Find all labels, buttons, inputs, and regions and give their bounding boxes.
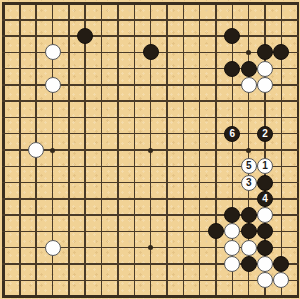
stone-black[interactable] [241, 61, 257, 77]
stone-white[interactable] [257, 207, 273, 223]
stone-white-move-3[interactable]: 3 [241, 175, 257, 191]
stone-white[interactable] [45, 240, 61, 256]
stone-black[interactable] [241, 256, 257, 272]
board-grid-line-horizontal [2, 295, 299, 297]
board-grid-line-horizontal [2, 198, 299, 200]
board-grid-line-horizontal [2, 100, 299, 102]
stone-black[interactable] [273, 44, 289, 60]
stone-black[interactable] [224, 28, 240, 44]
star-point [148, 245, 153, 250]
stone-black[interactable] [257, 44, 273, 60]
stone-black[interactable] [241, 207, 257, 223]
stone-white[interactable] [257, 77, 273, 93]
stone-white[interactable] [28, 142, 44, 158]
stone-black[interactable] [77, 28, 93, 44]
stone-black-move-4[interactable]: 4 [257, 191, 273, 207]
board-grid-line-horizontal [2, 280, 299, 282]
stone-white[interactable] [257, 256, 273, 272]
board-grid-line-horizontal [2, 117, 299, 119]
stone-white[interactable] [45, 77, 61, 93]
stone-black[interactable] [143, 44, 159, 60]
stone-white-move-5[interactable]: 5 [241, 158, 257, 174]
go-board[interactable]: 625134 [0, 0, 300, 299]
board-grid-line-horizontal [2, 19, 299, 21]
stone-black[interactable] [257, 223, 273, 239]
stone-white[interactable] [257, 272, 273, 288]
stone-black-move-2[interactable]: 2 [257, 126, 273, 142]
star-point [50, 148, 55, 153]
stone-black[interactable] [257, 175, 273, 191]
star-point [246, 50, 251, 55]
star-point [246, 148, 251, 153]
stone-black[interactable] [241, 223, 257, 239]
stone-white[interactable] [224, 223, 240, 239]
board-grid-line-horizontal [2, 2, 299, 4]
stone-black[interactable] [257, 240, 273, 256]
star-point [148, 148, 153, 153]
stone-white[interactable] [241, 240, 257, 256]
stone-white[interactable] [224, 256, 240, 272]
stone-white[interactable] [241, 77, 257, 93]
stone-white[interactable] [273, 272, 289, 288]
stone-black[interactable] [224, 61, 240, 77]
stone-black[interactable] [224, 207, 240, 223]
stone-black-move-6[interactable]: 6 [224, 126, 240, 142]
stone-white[interactable] [257, 61, 273, 77]
board-grid-line-horizontal [2, 133, 299, 135]
stone-white[interactable] [224, 240, 240, 256]
stone-white[interactable] [45, 44, 61, 60]
board-grid-line-horizontal [2, 35, 299, 37]
stone-black[interactable] [273, 256, 289, 272]
stone-white-move-1[interactable]: 1 [257, 158, 273, 174]
stone-black[interactable] [208, 223, 224, 239]
